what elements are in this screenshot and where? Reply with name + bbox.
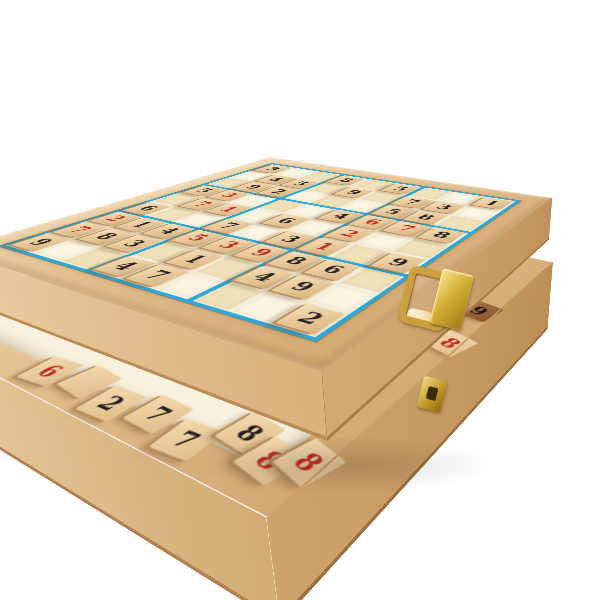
- sudoku-tile-9[interactable]: 9: [333, 187, 374, 198]
- sudoku-tile-9[interactable]: 9: [11, 234, 69, 252]
- scene: 987788826 38514597: [0, 0, 600, 600]
- sudoku-tile-5[interactable]: 5: [381, 184, 420, 195]
- ground-shadow: [195, 436, 495, 494]
- sudoku-tile-6[interactable]: 6: [262, 214, 310, 229]
- sudoku-tile-1[interactable]: 1: [165, 250, 224, 270]
- sudoku-tile-8[interactable]: 8: [327, 176, 366, 186]
- sudoku-tile-3[interactable]: 3: [254, 165, 291, 174]
- catch-slot: [426, 386, 439, 401]
- sudoku-tile-6[interactable]: 6: [124, 202, 172, 215]
- product-photo-wooden-sudoku: { "game": "sudoku", "product": "wooden s…: [0, 0, 600, 600]
- sudoku-tile-1[interactable]: 1: [472, 197, 513, 209]
- sudoku-tile-8[interactable]: 8: [417, 227, 465, 244]
- sudoku-tile-2[interactable]: 2: [275, 304, 344, 334]
